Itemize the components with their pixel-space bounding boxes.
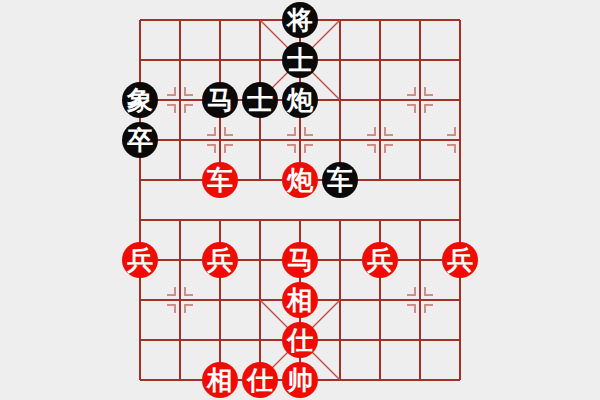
red-soldier[interactable]: 兵 — [122, 242, 158, 278]
black-cannon[interactable]: 炮 — [282, 82, 318, 118]
black-horse[interactable]: 马 — [202, 82, 238, 118]
red-soldier[interactable]: 兵 — [202, 242, 238, 278]
red-chariot[interactable]: 车 — [202, 162, 238, 198]
red-king[interactable]: 帅 — [282, 362, 318, 398]
red-elephant[interactable]: 相 — [282, 282, 318, 318]
red-cannon[interactable]: 炮 — [282, 162, 318, 198]
black-soldier[interactable]: 卒 — [122, 122, 158, 158]
black-advisor[interactable]: 士 — [242, 82, 278, 118]
red-horse[interactable]: 马 — [282, 242, 318, 278]
red-soldier[interactable]: 兵 — [442, 242, 478, 278]
red-soldier[interactable]: 兵 — [362, 242, 398, 278]
red-elephant[interactable]: 相 — [202, 362, 238, 398]
red-advisor[interactable]: 仕 — [282, 322, 318, 358]
black-chariot[interactable]: 车 — [322, 162, 358, 198]
black-advisor[interactable]: 士 — [282, 42, 318, 78]
red-advisor[interactable]: 仕 — [242, 362, 278, 398]
black-general[interactable]: 将 — [282, 2, 318, 38]
black-elephant[interactable]: 象 — [122, 82, 158, 118]
xiangqi-board: 将士象马士炮卒车炮车兵兵马兵兵相仕相仕帅 — [140, 20, 460, 380]
